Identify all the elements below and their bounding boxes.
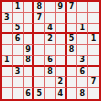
given-digit: 3 [15, 68, 21, 76]
cell-r5c3[interactable]: 9 [24, 45, 35, 56]
cell-r6c7[interactable] [67, 56, 78, 67]
cell-r7c2[interactable]: 3 [13, 67, 24, 78]
cell-r4c8[interactable] [77, 34, 88, 45]
cell-r9c6[interactable]: 4 [56, 88, 67, 99]
given-digit: 6 [15, 35, 21, 43]
cell-r9c3[interactable]: 6 [24, 88, 35, 99]
given-digit: 8 [36, 3, 42, 11]
cell-r9c4[interactable]: 5 [34, 88, 45, 99]
cell-r4c4[interactable] [34, 34, 45, 45]
cell-r9c7[interactable] [67, 88, 78, 99]
given-digit: 7 [69, 3, 75, 11]
cell-r5c7[interactable]: 8 [67, 45, 78, 56]
cell-r8c4[interactable] [34, 77, 45, 88]
given-digit: 2 [47, 35, 53, 43]
cell-r2c6[interactable] [56, 13, 67, 24]
cell-r1c8[interactable] [77, 2, 88, 13]
given-digit: 3 [80, 56, 86, 64]
given-digit: 3 [4, 14, 10, 22]
cell-r6c6[interactable] [56, 56, 67, 67]
cell-r5c8[interactable] [77, 45, 88, 56]
cell-r5c4[interactable] [34, 45, 45, 56]
cell-r4c9[interactable]: 1 [88, 34, 99, 45]
cell-r7c5[interactable]: 8 [45, 67, 56, 78]
cell-r3c3[interactable] [24, 24, 35, 35]
cell-r7c7[interactable] [67, 67, 78, 78]
cell-r7c4[interactable] [34, 67, 45, 78]
given-digit: 7 [91, 78, 97, 86]
cell-r8c3[interactable] [24, 77, 35, 88]
cell-r7c9[interactable] [88, 67, 99, 78]
cell-r6c4[interactable] [34, 56, 45, 67]
cell-r9c8[interactable]: 8 [77, 88, 88, 99]
given-digit: 1 [15, 3, 21, 11]
cell-r2c4[interactable]: 7 [34, 13, 45, 24]
cell-r3c9[interactable] [88, 24, 99, 35]
given-digit: 6 [80, 68, 86, 76]
cell-r8c8[interactable] [77, 77, 88, 88]
given-digit: 8 [80, 90, 86, 98]
cell-r3c5[interactable]: 4 [45, 24, 56, 35]
given-digit: 1 [4, 56, 10, 64]
cell-r8c6[interactable]: 2 [56, 77, 67, 88]
given-digit: 4 [57, 90, 63, 98]
given-digit: 6 [47, 56, 53, 64]
cell-r1c6[interactable]: 9 [56, 2, 67, 13]
given-digit: 9 [57, 3, 63, 11]
cell-r2c1[interactable]: 3 [2, 13, 13, 24]
given-digit: 8 [69, 46, 75, 54]
cell-r6c9[interactable] [88, 56, 99, 67]
cell-r3c8[interactable]: 1 [77, 24, 88, 35]
cell-r8c2[interactable] [13, 77, 24, 88]
given-digit: 8 [47, 68, 53, 76]
cell-r2c2[interactable] [13, 13, 24, 24]
cell-r2c7[interactable] [67, 13, 78, 24]
cell-r2c3[interactable] [24, 13, 35, 24]
sudoku-board: 1897375416251981863386276548 [0, 0, 101, 101]
cell-r7c6[interactable] [56, 67, 67, 78]
given-digit: 5 [15, 24, 21, 32]
cell-r1c1[interactable] [2, 2, 13, 13]
cell-r2c9[interactable] [88, 13, 99, 24]
given-digit: 5 [36, 90, 42, 98]
cell-r7c1[interactable] [2, 67, 13, 78]
given-digit: 5 [69, 35, 75, 43]
cell-r6c3[interactable]: 8 [24, 56, 35, 67]
given-digit: 2 [57, 78, 63, 86]
given-digit: 9 [25, 46, 31, 54]
cell-r4c7[interactable]: 5 [67, 34, 78, 45]
cell-r6c5[interactable]: 6 [45, 56, 56, 67]
cell-r1c2[interactable]: 1 [13, 2, 24, 13]
cell-r3c4[interactable] [34, 24, 45, 35]
cell-r1c9[interactable] [88, 2, 99, 13]
given-digit: 6 [25, 90, 31, 98]
cell-r2c5[interactable] [45, 13, 56, 24]
cell-r8c5[interactable] [45, 77, 56, 88]
cell-r5c5[interactable] [45, 45, 56, 56]
cell-r4c3[interactable] [24, 34, 35, 45]
given-digit: 1 [80, 24, 86, 32]
cell-r3c7[interactable] [67, 24, 78, 35]
cell-r6c2[interactable] [13, 56, 24, 67]
cell-r9c2[interactable] [13, 88, 24, 99]
cell-r9c9[interactable] [88, 88, 99, 99]
cell-r2c8[interactable] [77, 13, 88, 24]
cell-r9c5[interactable] [45, 88, 56, 99]
cell-r6c1[interactable]: 1 [2, 56, 13, 67]
cell-r5c9[interactable] [88, 45, 99, 56]
cell-r8c9[interactable]: 7 [88, 77, 99, 88]
cell-r1c4[interactable]: 8 [34, 2, 45, 13]
given-digit: 8 [25, 56, 31, 64]
cell-r5c6[interactable] [56, 45, 67, 56]
cell-r7c3[interactable] [24, 67, 35, 78]
cell-r5c2[interactable] [13, 45, 24, 56]
cell-r4c5[interactable]: 2 [45, 34, 56, 45]
given-digit: 4 [47, 24, 53, 32]
cell-r1c3[interactable] [24, 2, 35, 13]
given-digit: 7 [36, 14, 42, 22]
cell-r8c1[interactable] [2, 77, 13, 88]
cell-r3c2[interactable]: 5 [13, 24, 24, 35]
cell-r7c8[interactable]: 6 [77, 67, 88, 78]
cell-r3c6[interactable] [56, 24, 67, 35]
cell-r1c5[interactable] [45, 2, 56, 13]
given-digit: 1 [91, 35, 97, 43]
cell-r6c8[interactable]: 3 [77, 56, 88, 67]
cell-r8c7[interactable] [67, 77, 78, 88]
cell-r1c7[interactable]: 7 [67, 2, 78, 13]
cell-r9c1[interactable] [2, 88, 13, 99]
cell-r4c1[interactable] [2, 34, 13, 45]
cell-r4c2[interactable]: 6 [13, 34, 24, 45]
cell-r4c6[interactable] [56, 34, 67, 45]
cell-r3c1[interactable] [2, 24, 13, 35]
cell-r5c1[interactable] [2, 45, 13, 56]
